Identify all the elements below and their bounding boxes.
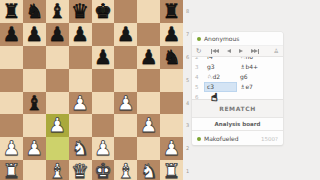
square-d1[interactable]: ♛: [69, 160, 92, 180]
square-c7[interactable]: ♟: [46, 23, 69, 46]
square-e3[interactable]: [92, 114, 115, 137]
black-pawn[interactable]: ♟: [23, 23, 46, 46]
black-pawn[interactable]: ♟: [114, 23, 137, 46]
first-move-icon[interactable]: [211, 49, 219, 54]
white-pawn[interactable]: ♟: [23, 137, 46, 160]
square-b8[interactable]: ♞: [23, 0, 46, 23]
square-d2[interactable]: ♞: [69, 137, 92, 160]
square-f2[interactable]: [114, 137, 137, 160]
white-pawn[interactable]: ♟: [46, 114, 69, 137]
square-h1[interactable]: ♜: [160, 160, 183, 180]
square-a3[interactable]: [0, 114, 23, 137]
square-a1[interactable]: ♜: [0, 160, 23, 180]
rank-coordinates: 87654321: [184, 0, 192, 180]
square-h6[interactable]: ♞: [160, 46, 183, 69]
square-a6[interactable]: [0, 46, 23, 69]
white-pawn[interactable]: ♟: [160, 137, 183, 160]
bottom-player-row: Makofueled 1500?: [192, 131, 283, 145]
square-h2[interactable]: ♟: [160, 137, 183, 160]
black-move[interactable]: ♗e7: [237, 82, 279, 92]
square-b3[interactable]: [23, 114, 46, 137]
flip-board-icon[interactable]: ↻: [196, 48, 201, 55]
square-g3[interactable]: ♟: [137, 114, 160, 137]
square-a2[interactable]: ♟: [0, 137, 23, 160]
square-f4[interactable]: ♟: [114, 92, 137, 115]
black-rook[interactable]: ♜: [0, 0, 23, 23]
rank-label-3: 3: [184, 114, 192, 137]
square-b2[interactable]: ♟: [23, 137, 46, 160]
move-number: 4: [195, 74, 204, 80]
rematch-button[interactable]: REMATCH: [192, 99, 283, 117]
square-g5[interactable]: [137, 69, 160, 92]
black-knight[interactable]: ♞: [160, 46, 183, 69]
square-e7[interactable]: [92, 23, 115, 46]
black-knight[interactable]: ♞: [23, 0, 46, 23]
white-pawn[interactable]: ♟: [69, 92, 92, 115]
black-pawn[interactable]: ♟: [160, 23, 183, 46]
white-bishop[interactable]: ♝: [46, 160, 69, 180]
square-h3[interactable]: [160, 114, 183, 137]
square-h5[interactable]: [160, 69, 183, 92]
rank-label-7: 7: [184, 23, 192, 46]
black-bishop[interactable]: ♝: [46, 0, 69, 23]
white-knight[interactable]: ♞: [137, 160, 160, 180]
replay-toolbar: ↻ ♙: [192, 46, 283, 57]
online-status-icon: [197, 37, 201, 41]
square-f5[interactable]: [114, 69, 137, 92]
move-number: 5: [195, 84, 204, 90]
white-rook[interactable]: ♜: [160, 160, 183, 180]
square-a4[interactable]: [0, 92, 23, 115]
white-move[interactable]: g3: [204, 62, 237, 72]
white-move[interactable]: ♘d2: [204, 72, 237, 82]
square-e2[interactable]: ♟: [92, 137, 115, 160]
last-move-icon[interactable]: [251, 49, 259, 54]
black-pawn[interactable]: ♟: [46, 23, 69, 46]
square-c2[interactable]: [46, 137, 69, 160]
black-pawn[interactable]: ♟: [69, 23, 92, 46]
square-c8[interactable]: ♝: [46, 0, 69, 23]
white-pawn[interactable]: ♟: [137, 114, 160, 137]
square-d3[interactable]: [69, 114, 92, 137]
rank-label-2: 2: [184, 137, 192, 160]
square-c4[interactable]: [46, 92, 69, 115]
black-move[interactable]: ♗b4+: [237, 62, 279, 72]
move-row-5: 5c3♗e7: [192, 82, 283, 92]
white-move[interactable]: [204, 92, 237, 99]
white-knight[interactable]: ♞: [69, 137, 92, 160]
rank-label-8: 8: [184, 0, 192, 23]
top-player-name: Anonymous: [204, 35, 239, 42]
move-number: 2: [195, 57, 204, 60]
white-rook[interactable]: ♜: [0, 160, 23, 180]
pawn-menu-icon[interactable]: ♙: [274, 48, 279, 54]
square-d5[interactable]: [69, 69, 92, 92]
square-d4[interactable]: ♟: [69, 92, 92, 115]
white-pawn[interactable]: ♟: [0, 137, 23, 160]
square-f7[interactable]: ♟: [114, 23, 137, 46]
square-b6[interactable]: [23, 46, 46, 69]
square-e5[interactable]: [92, 69, 115, 92]
black-pawn[interactable]: ♟: [0, 23, 23, 46]
move-row-4: 4♘d2g6: [192, 72, 283, 82]
square-h7[interactable]: ♟: [160, 23, 183, 46]
square-b5[interactable]: [23, 69, 46, 92]
black-queen[interactable]: ♛: [69, 0, 92, 23]
online-status-icon: [197, 137, 201, 141]
move-number: 6: [195, 94, 204, 99]
square-b4[interactable]: ♝: [23, 92, 46, 115]
square-g4[interactable]: [137, 92, 160, 115]
square-c5[interactable]: [46, 69, 69, 92]
square-a7[interactable]: ♟: [0, 23, 23, 46]
move-row-3: 3g3♗b4+: [192, 62, 283, 72]
move-number: 3: [195, 64, 204, 70]
bottom-player-rating: 1500?: [261, 136, 278, 142]
white-pawn[interactable]: ♟: [92, 137, 115, 160]
rank-label-4: 4: [184, 92, 192, 115]
square-h4[interactable]: [160, 92, 183, 115]
square-a5[interactable]: [0, 69, 23, 92]
square-g7[interactable]: [137, 23, 160, 46]
square-d8[interactable]: ♛: [69, 0, 92, 23]
square-f8[interactable]: [114, 0, 137, 23]
square-d7[interactable]: ♟: [69, 23, 92, 46]
analysis-board-button[interactable]: Analysis board: [192, 117, 283, 131]
game-side-panel: Anonymous ↻ ♙ 2f4♘h63g3♗b4+4♘d2g65c3♗e76…: [192, 32, 283, 145]
square-f1[interactable]: ♝: [114, 160, 137, 180]
black-rook[interactable]: ♜: [160, 0, 183, 23]
bottom-player-name: Makofueled: [204, 135, 239, 142]
white-move[interactable]: c3: [204, 82, 237, 92]
square-e6[interactable]: ♟: [92, 46, 115, 69]
black-pawn[interactable]: ♟: [137, 46, 160, 69]
square-h8[interactable]: ♜: [160, 0, 183, 23]
square-c3[interactable]: ♟: [46, 114, 69, 137]
chess-board[interactable]: ♜♞♝♛♚♜♟♟♟♟♟♟♟♟♞♝♟♟♟♟♟♟♞♟♟♜♝♛♚♝♞♜: [0, 0, 183, 180]
square-g6[interactable]: ♟: [137, 46, 160, 69]
square-d6[interactable]: [69, 46, 92, 69]
square-f3[interactable]: [114, 114, 137, 137]
square-b1[interactable]: [23, 160, 46, 180]
top-player-row: Anonymous: [192, 32, 283, 46]
square-f6[interactable]: [114, 46, 137, 69]
move-list[interactable]: 2f4♘h63g3♗b4+4♘d2g65c3♗e76: [192, 57, 283, 99]
rank-label-1: 1: [184, 160, 192, 180]
square-c1[interactable]: ♝: [46, 160, 69, 180]
rank-label-5: 5: [184, 69, 192, 92]
square-g1[interactable]: ♞: [137, 160, 160, 180]
square-c6[interactable]: [46, 46, 69, 69]
square-e1[interactable]: ♚: [92, 160, 115, 180]
rank-label-6: 6: [184, 46, 192, 69]
next-move-icon[interactable]: [239, 49, 243, 53]
square-g8[interactable]: [137, 0, 160, 23]
move-nav-group: [211, 49, 259, 54]
square-e8[interactable]: ♚: [92, 0, 115, 23]
white-king[interactable]: ♚: [92, 160, 115, 180]
move-row-6: 6: [192, 92, 283, 99]
black-move[interactable]: [237, 92, 279, 99]
white-pawn[interactable]: ♟: [114, 92, 137, 115]
square-b7[interactable]: ♟: [23, 23, 46, 46]
square-a8[interactable]: ♜: [0, 0, 23, 23]
black-pawn[interactable]: ♟: [92, 46, 115, 69]
black-bishop[interactable]: ♝: [23, 92, 46, 115]
white-bishop[interactable]: ♝: [114, 160, 137, 180]
black-king[interactable]: ♚: [92, 0, 115, 23]
previous-move-icon[interactable]: [227, 49, 231, 53]
square-e4[interactable]: [92, 92, 115, 115]
white-queen[interactable]: ♛: [69, 160, 92, 180]
black-move[interactable]: g6: [237, 72, 279, 82]
square-g2[interactable]: [137, 137, 160, 160]
